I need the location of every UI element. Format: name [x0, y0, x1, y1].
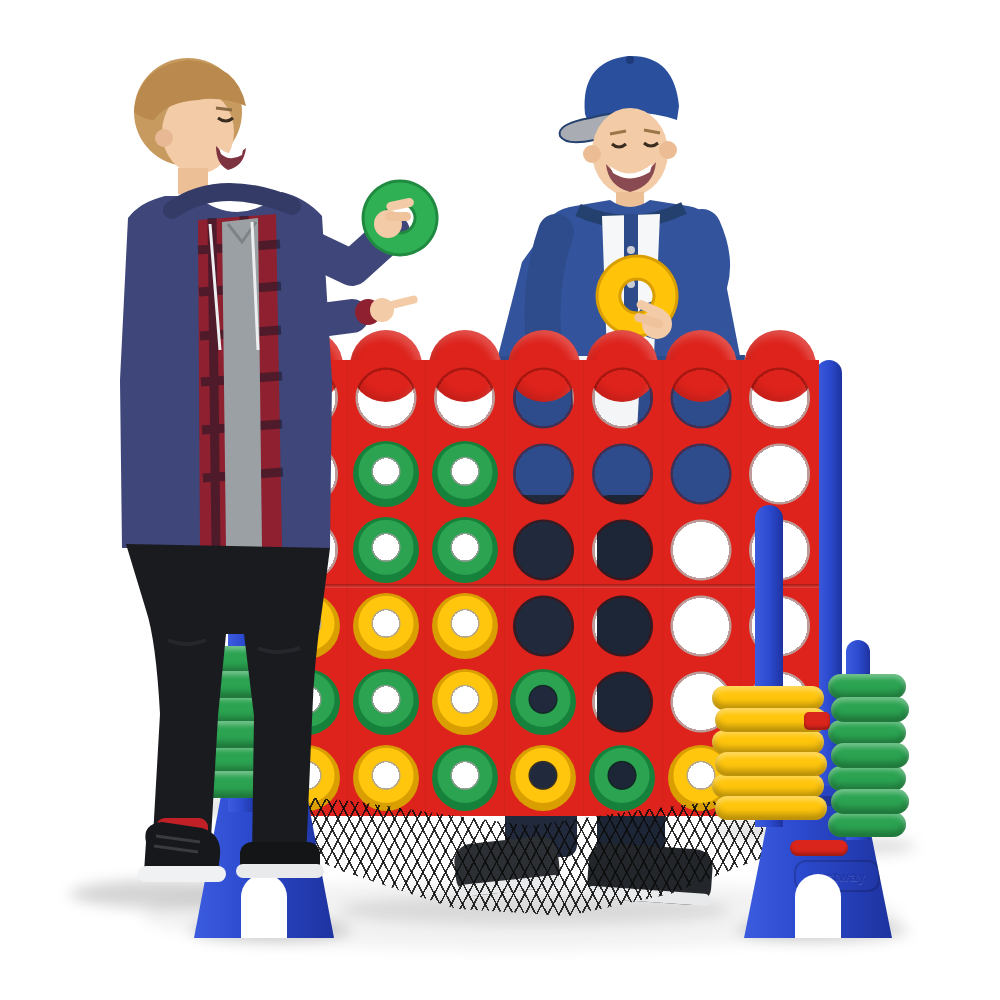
- leg-arch-cutout2: [795, 874, 841, 938]
- cell-r3c6: [662, 512, 741, 588]
- green-ring-piece: [432, 441, 498, 507]
- right-player-ear: [583, 145, 601, 163]
- cell-r2c6: [662, 436, 741, 512]
- right-player-ear2: [659, 141, 677, 159]
- yellow-ring-piece: [510, 745, 576, 811]
- yellow-ring-stack-right: [712, 688, 824, 820]
- cell-r2c5: [583, 436, 662, 512]
- green-stack-ring: [828, 674, 906, 699]
- cell-r4c4: [504, 588, 583, 664]
- gray-tee: [222, 218, 262, 548]
- yellow-stack-ring: [712, 686, 824, 710]
- green-ring-stack-rear: [828, 676, 906, 837]
- yellow-ring-piece: [432, 669, 498, 735]
- green-stack-ring: [831, 743, 909, 768]
- product-photo-scene: costway: [0, 0, 1000, 1000]
- cell-r1c7: [740, 360, 819, 436]
- cell-r2c4: [504, 436, 583, 512]
- cell-r6c5: [583, 740, 662, 816]
- back-sneaker-sole: [236, 864, 324, 878]
- yellow-stack-ring: [712, 730, 824, 754]
- cell-r4c6: [662, 588, 741, 664]
- pointing-finger: [387, 295, 418, 310]
- right-player-left-arm: [543, 232, 557, 344]
- cell-r6c4: [504, 740, 583, 816]
- cell-r5c4: [504, 664, 583, 740]
- cell-r4c5: [583, 588, 662, 664]
- green-stack-ring: [828, 812, 906, 837]
- left-brow: [216, 108, 232, 110]
- left-player-pointing-arm: [306, 316, 352, 322]
- cell-r1c4: [504, 360, 583, 436]
- left-player-ear: [155, 129, 173, 147]
- yellow-stack-ring: [715, 752, 827, 776]
- green-stack-ring: [828, 720, 906, 745]
- cell-r3c5: [583, 512, 662, 588]
- red-release-slider: [790, 840, 848, 856]
- red-slider-tab: [804, 712, 830, 730]
- cell-r3c4: [504, 512, 583, 588]
- cell-r2c7: [740, 436, 819, 512]
- yellow-stack-ring: [715, 796, 827, 820]
- green-stack-ring: [831, 789, 909, 814]
- lp-finger2: [385, 212, 411, 221]
- black-jeans: [126, 544, 330, 858]
- green-ring-piece: [432, 745, 498, 811]
- cell-r1c5: [583, 360, 662, 436]
- green-stack-ring: [831, 697, 909, 722]
- left-player: [60, 20, 440, 920]
- green-ring-piece: [510, 669, 576, 735]
- yellow-stack-ring: [712, 774, 824, 798]
- cell-r5c5: [583, 664, 662, 740]
- yellow-ring-piece: [432, 593, 498, 659]
- green-ring-piece: [432, 517, 498, 583]
- cell-r1c6: [662, 360, 741, 436]
- snap-button: [627, 246, 635, 254]
- cap-button: [626, 56, 634, 64]
- green-stack-ring: [828, 766, 906, 791]
- hood-collar: [172, 192, 292, 210]
- green-ring-piece: [589, 745, 655, 811]
- front-sneaker-sole: [138, 866, 226, 882]
